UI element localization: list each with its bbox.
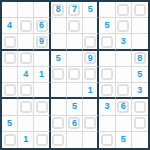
given-digit: 7 [72,5,77,14]
cell-r2c4[interactable] [51,18,67,34]
cell-r7c9[interactable] [132,99,148,115]
cell-r6c5[interactable] [67,83,83,99]
even-cell-square [69,69,80,80]
even-cell-square [85,36,96,47]
cell-r3c1[interactable] [2,34,18,50]
even-cell-square [101,134,112,145]
cell-r2c7[interactable]: 5 [99,18,115,34]
given-digit: 5 [104,21,109,30]
cell-r1c2[interactable] [18,2,34,18]
even-cell-square [53,118,64,129]
even-cell-square [101,36,112,47]
given-digit: 3 [137,86,142,95]
even-cell-square [118,20,129,31]
cell-r5c6[interactable] [83,67,99,83]
given-digit: 1 [39,70,44,79]
cell-r2c1[interactable]: 4 [2,18,18,34]
given-digit: 5 [121,135,126,144]
given-digit: 8 [137,54,142,63]
sudoku-board: 87546593598415135365615 [0,0,150,150]
cell-r8c4[interactable] [51,116,67,132]
given-digit: 3 [121,37,126,46]
given-digit: 5 [88,5,93,14]
even-cell-square [4,134,15,145]
given-digit: 6 [39,21,44,30]
cell-r4c2[interactable] [18,51,34,67]
given-digit: 5 [72,102,77,111]
even-cell-square [69,20,80,31]
even-cell-square [4,36,15,47]
cell-r9c8[interactable]: 5 [116,132,132,148]
cell-r4c9[interactable]: 8 [132,51,148,67]
cell-r8c6[interactable] [83,116,99,132]
even-cell-square [36,101,47,112]
given-digit: 9 [39,37,44,46]
cell-r7c8[interactable]: 6 [116,99,132,115]
cell-r3c9[interactable] [132,34,148,50]
cell-r7c6[interactable] [83,99,99,115]
cell-r9c5[interactable] [67,132,83,148]
cell-r8c9[interactable] [132,116,148,132]
cell-r5c9[interactable]: 5 [132,67,148,83]
cell-r8c7[interactable] [99,116,115,132]
given-digit: 8 [56,5,61,14]
even-cell-square [20,53,31,64]
cell-r1c9[interactable] [132,2,148,18]
cell-r2c3[interactable]: 6 [34,18,50,34]
cell-r1c3[interactable] [34,2,50,18]
cell-r9c7[interactable] [99,132,115,148]
cell-r4c5[interactable] [67,51,83,67]
cell-r1c1[interactable] [2,2,18,18]
even-cell-square [85,69,96,80]
given-digit: 4 [7,21,12,30]
cell-r1c6[interactable]: 5 [83,2,99,18]
cell-r4c8[interactable] [116,51,132,67]
cell-r2c5[interactable] [67,18,83,34]
given-digit: 5 [7,119,12,128]
cell-r4c4[interactable]: 5 [51,51,67,67]
cell-r2c8[interactable] [116,18,132,34]
cell-r5c8[interactable] [116,67,132,83]
given-digit: 5 [137,70,142,79]
cell-r4c7[interactable] [99,51,115,67]
cell-r6c8[interactable] [116,83,132,99]
cell-r1c8[interactable] [116,2,132,18]
cell-r2c6[interactable] [83,18,99,34]
cell-r5c4[interactable] [51,67,67,83]
cell-r6c6[interactable]: 1 [83,83,99,99]
cell-r8c8[interactable] [116,116,132,132]
even-cell-square [85,118,96,129]
even-cell-square [134,118,145,129]
even-cell-square [20,85,31,96]
cell-r6c4[interactable] [51,83,67,99]
cell-r4c3[interactable] [34,51,50,67]
even-cell-square [4,53,15,64]
cell-r9c6[interactable] [83,132,99,148]
cell-r7c1[interactable] [2,99,18,115]
cell-r5c1[interactable] [2,67,18,83]
even-cell-square [53,69,64,80]
even-cell-square [20,20,31,31]
given-digit: 5 [56,54,61,63]
cell-r3c2[interactable] [18,34,34,50]
cell-r5c3[interactable]: 1 [34,67,50,83]
cell-r8c3[interactable] [34,116,50,132]
cell-r3c3[interactable]: 9 [34,34,50,50]
even-cell-square [134,101,145,112]
even-cell-square [118,4,129,15]
cell-r8c1[interactable]: 5 [2,116,18,132]
even-cell-square [101,85,112,96]
cell-r7c4[interactable] [51,99,67,115]
even-cell-square [4,85,15,96]
cell-r3c5[interactable] [67,34,83,50]
cell-r6c3[interactable] [34,83,50,99]
even-cell-square [101,69,112,80]
cell-r6c1[interactable] [2,83,18,99]
cell-r4c1[interactable] [2,51,18,67]
even-cell-square [53,134,64,145]
even-cell-square [36,134,47,145]
cell-r5c2[interactable]: 4 [18,67,34,83]
cell-r7c2[interactable] [18,99,34,115]
cell-r3c7[interactable] [99,34,115,50]
cell-r9c9[interactable] [132,132,148,148]
cell-r7c3[interactable] [34,99,50,115]
cell-r2c9[interactable] [132,18,148,34]
cell-r3c4[interactable] [51,34,67,50]
given-digit: 9 [88,54,93,63]
cell-r6c2[interactable] [18,83,34,99]
cell-r6c7[interactable] [99,83,115,99]
cell-r7c5[interactable]: 5 [67,99,83,115]
cell-r9c4[interactable] [51,132,67,148]
cell-r5c5[interactable] [67,67,83,83]
cell-r8c2[interactable] [18,116,34,132]
cell-r9c3[interactable] [34,132,50,148]
even-cell-square [20,101,31,112]
cell-r2c2[interactable] [18,18,34,34]
cell-r8c5[interactable]: 6 [67,116,83,132]
cell-r3c8[interactable]: 3 [116,34,132,50]
even-cell-square [118,85,129,96]
cell-r4c6[interactable]: 9 [83,51,99,67]
cell-r1c7[interactable] [99,2,115,18]
cell-r1c4[interactable]: 8 [51,2,67,18]
given-digit: 1 [23,135,28,144]
given-digit: 3 [104,102,109,111]
cell-r5c7[interactable] [99,67,115,83]
cell-r3c6[interactable] [83,34,99,50]
given-digit: 4 [23,70,28,79]
cell-r9c1[interactable] [2,132,18,148]
given-digit: 1 [88,86,93,95]
cell-r6c9[interactable]: 3 [132,83,148,99]
given-digit: 6 [121,102,126,111]
cell-r1c5[interactable]: 7 [67,2,83,18]
given-digit: 6 [72,119,77,128]
even-cell-square [134,4,145,15]
cell-r9c2[interactable]: 1 [18,132,34,148]
cell-r7c7[interactable]: 3 [99,99,115,115]
